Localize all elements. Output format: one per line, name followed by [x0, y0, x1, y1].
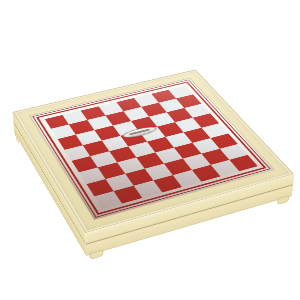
wooden-game-box — [14, 90, 292, 256]
product-photo-stage — [0, 0, 300, 300]
box-foot-right-corner — [277, 195, 289, 205]
box-foot-near-corner — [89, 249, 103, 260]
box-foot-left-corner — [15, 132, 19, 145]
checkerboard-grid — [44, 86, 257, 209]
box-top-face — [13, 70, 294, 234]
